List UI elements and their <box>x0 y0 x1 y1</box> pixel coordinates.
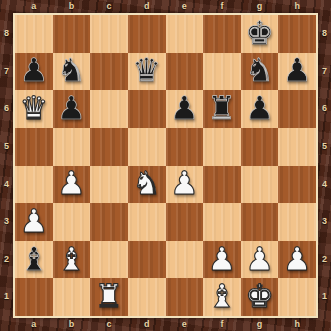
square-a2[interactable]: ♝ <box>15 241 53 279</box>
rank-label-right-7: 7 <box>318 53 331 91</box>
square-f7[interactable] <box>203 53 241 91</box>
file-label-top-c: c <box>90 0 128 13</box>
square-h3[interactable] <box>278 203 316 241</box>
square-f2[interactable]: ♟ <box>203 241 241 279</box>
square-b2[interactable]: ♝ <box>53 241 91 279</box>
rank-label-left-3: 3 <box>0 203 13 241</box>
black-king-g8[interactable]: ♚ <box>245 17 274 49</box>
rank-label-left-4: 4 <box>0 166 13 204</box>
white-king-g1[interactable]: ♚ <box>245 280 274 312</box>
file-label-bottom-d: d <box>128 318 166 331</box>
file-label-top-f: f <box>203 0 241 13</box>
chess-board[interactable]: ♚♟♞♛♞♟♛♟♟♜♟♟♞♟♟♝♝♟♟♟♜♝♚ <box>13 13 318 318</box>
black-pawn-g6[interactable]: ♟ <box>245 92 274 124</box>
white-rook-c1[interactable]: ♜ <box>95 280 124 312</box>
square-e5[interactable] <box>166 128 204 166</box>
square-c4[interactable] <box>90 166 128 204</box>
square-g5[interactable] <box>241 128 279 166</box>
square-b1[interactable] <box>53 278 91 316</box>
square-e8[interactable] <box>166 15 204 53</box>
square-b7[interactable]: ♞ <box>53 53 91 91</box>
file-label-top-a: a <box>15 0 53 13</box>
file-label-top-d: d <box>128 0 166 13</box>
square-b6[interactable]: ♟ <box>53 90 91 128</box>
square-d4[interactable]: ♞ <box>128 166 166 204</box>
square-d3[interactable] <box>128 203 166 241</box>
square-e1[interactable] <box>166 278 204 316</box>
black-knight-b7[interactable]: ♞ <box>57 54 86 86</box>
file-label-bottom-a: a <box>15 318 53 331</box>
square-g3[interactable] <box>241 203 279 241</box>
file-label-bottom-f: f <box>203 318 241 331</box>
square-d8[interactable] <box>128 15 166 53</box>
square-h1[interactable] <box>278 278 316 316</box>
file-label-bottom-g: g <box>241 318 279 331</box>
rank-label-left-8: 8 <box>0 15 13 53</box>
square-g2[interactable]: ♟ <box>241 241 279 279</box>
square-f3[interactable] <box>203 203 241 241</box>
white-pawn-h2[interactable]: ♟ <box>283 243 312 275</box>
square-c6[interactable] <box>90 90 128 128</box>
white-knight-d4[interactable]: ♞ <box>132 167 161 199</box>
square-f5[interactable] <box>203 128 241 166</box>
square-e4[interactable]: ♟ <box>166 166 204 204</box>
square-d1[interactable] <box>128 278 166 316</box>
square-d7[interactable]: ♛ <box>128 53 166 91</box>
square-c7[interactable] <box>90 53 128 91</box>
square-g1[interactable]: ♚ <box>241 278 279 316</box>
rank-label-right-4: 4 <box>318 166 331 204</box>
rank-label-right-2: 2 <box>318 241 331 279</box>
square-g6[interactable]: ♟ <box>241 90 279 128</box>
square-e7[interactable] <box>166 53 204 91</box>
rank-label-left-7: 7 <box>0 53 13 91</box>
white-pawn-f2[interactable]: ♟ <box>208 243 237 275</box>
file-label-top-g: g <box>241 0 279 13</box>
square-a5[interactable] <box>15 128 53 166</box>
black-pawn-a7[interactable]: ♟ <box>19 54 48 86</box>
rank-label-right-3: 3 <box>318 203 331 241</box>
rank-label-left-5: 5 <box>0 128 13 166</box>
square-c5[interactable] <box>90 128 128 166</box>
square-c8[interactable] <box>90 15 128 53</box>
square-g8[interactable]: ♚ <box>241 15 279 53</box>
square-d6[interactable] <box>128 90 166 128</box>
white-bishop-f1[interactable]: ♝ <box>208 280 237 312</box>
black-bishop-a2[interactable]: ♝ <box>19 243 48 275</box>
black-rook-f6[interactable]: ♜ <box>208 92 237 124</box>
rank-label-right-8: 8 <box>318 15 331 53</box>
square-a3[interactable]: ♟ <box>15 203 53 241</box>
file-label-top-h: h <box>278 0 316 13</box>
square-a6[interactable]: ♛ <box>15 90 53 128</box>
rank-label-right-6: 6 <box>318 90 331 128</box>
rank-label-left-6: 6 <box>0 90 13 128</box>
square-b3[interactable] <box>53 203 91 241</box>
square-e6[interactable]: ♟ <box>166 90 204 128</box>
file-label-top-e: e <box>166 0 204 13</box>
square-e3[interactable] <box>166 203 204 241</box>
file-label-bottom-c: c <box>90 318 128 331</box>
file-label-bottom-e: e <box>166 318 204 331</box>
square-h5[interactable] <box>278 128 316 166</box>
white-pawn-g2[interactable]: ♟ <box>245 243 274 275</box>
square-d5[interactable] <box>128 128 166 166</box>
square-a7[interactable]: ♟ <box>15 53 53 91</box>
black-pawn-b6[interactable]: ♟ <box>57 92 86 124</box>
square-a8[interactable] <box>15 15 53 53</box>
rank-label-left-1: 1 <box>0 278 13 316</box>
square-f1[interactable]: ♝ <box>203 278 241 316</box>
black-knight-g7[interactable]: ♞ <box>245 54 274 86</box>
square-b8[interactable] <box>53 15 91 53</box>
chess-board-frame: ♚♟♞♛♞♟♛♟♟♜♟♟♞♟♟♝♝♟♟♟♜♝♚ aabbccddeeffgghh… <box>0 0 331 331</box>
square-g7[interactable]: ♞ <box>241 53 279 91</box>
square-e2[interactable] <box>166 241 204 279</box>
rank-label-left-2: 2 <box>0 241 13 279</box>
square-g4[interactable] <box>241 166 279 204</box>
square-f6[interactable]: ♜ <box>203 90 241 128</box>
square-a4[interactable] <box>15 166 53 204</box>
black-pawn-h7[interactable]: ♟ <box>283 54 312 86</box>
square-h7[interactable]: ♟ <box>278 53 316 91</box>
rank-label-right-1: 1 <box>318 278 331 316</box>
square-d2[interactable] <box>128 241 166 279</box>
square-f4[interactable] <box>203 166 241 204</box>
square-b5[interactable] <box>53 128 91 166</box>
square-h2[interactable]: ♟ <box>278 241 316 279</box>
white-queen-a6[interactable]: ♛ <box>19 92 48 124</box>
file-label-bottom-h: h <box>278 318 316 331</box>
black-queen-d7[interactable]: ♛ <box>132 54 161 86</box>
square-c3[interactable] <box>90 203 128 241</box>
square-f8[interactable] <box>203 15 241 53</box>
square-c2[interactable] <box>90 241 128 279</box>
white-pawn-a3[interactable]: ♟ <box>19 205 48 237</box>
white-pawn-b4[interactable]: ♟ <box>57 167 86 199</box>
white-bishop-b2[interactable]: ♝ <box>57 243 86 275</box>
square-h6[interactable] <box>278 90 316 128</box>
file-label-bottom-b: b <box>53 318 91 331</box>
black-pawn-e6[interactable]: ♟ <box>170 92 199 124</box>
square-a1[interactable] <box>15 278 53 316</box>
square-b4[interactable]: ♟ <box>53 166 91 204</box>
file-label-top-b: b <box>53 0 91 13</box>
square-h8[interactable] <box>278 15 316 53</box>
square-h4[interactable] <box>278 166 316 204</box>
white-pawn-e4[interactable]: ♟ <box>170 167 199 199</box>
square-c1[interactable]: ♜ <box>90 278 128 316</box>
rank-label-right-5: 5 <box>318 128 331 166</box>
